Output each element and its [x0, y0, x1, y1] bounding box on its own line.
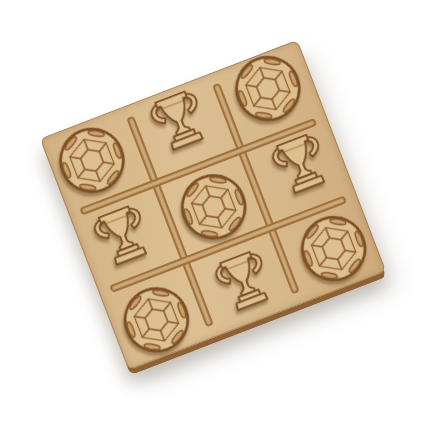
soccer-ball-piece[interactable]: [48, 117, 136, 205]
trophy-piece[interactable]: [203, 241, 287, 330]
trophy-silhouette: [269, 133, 331, 197]
soccer-ball-piece[interactable]: [224, 45, 312, 133]
trophy-piece[interactable]: [138, 80, 222, 169]
soccer-ball-piece[interactable]: [112, 276, 200, 364]
photo-background: [0, 0, 426, 426]
trophy-piece[interactable]: [260, 124, 344, 213]
trophy-silhouette: [91, 204, 153, 268]
tictactoe-board: [40, 40, 387, 370]
trophy-silhouette: [148, 89, 210, 153]
soccer-ball-piece[interactable]: [290, 204, 378, 292]
trophy-silhouette: [212, 249, 274, 313]
board-cells: [40, 40, 387, 370]
